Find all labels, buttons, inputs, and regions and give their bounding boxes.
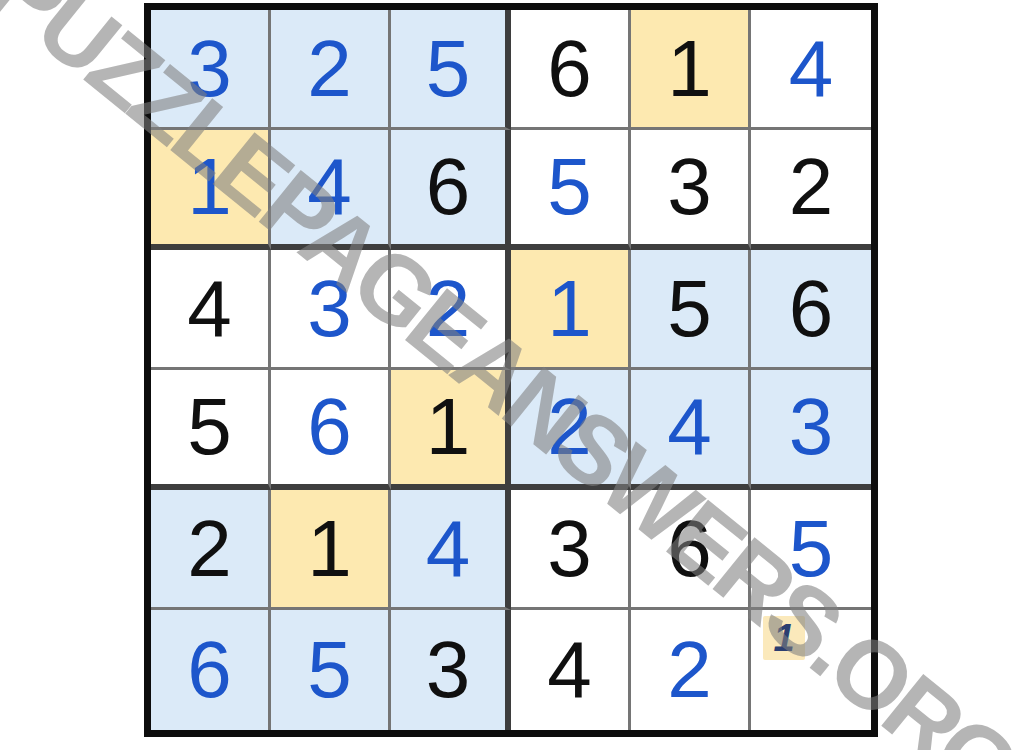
cell-digit: 6 — [426, 147, 471, 227]
cell-digit: 2 — [789, 147, 834, 227]
cell-digit: 5 — [307, 630, 352, 710]
cell-r2c3[interactable]: 6 — [391, 130, 511, 250]
cell-digit: 1 — [426, 387, 471, 467]
cell-digit: 1 — [547, 269, 592, 349]
cell-r4c3[interactable]: 1 — [391, 370, 511, 490]
cell-r3c4[interactable]: 1 — [511, 250, 631, 370]
cell-r6c5[interactable]: 2 — [631, 610, 751, 730]
pencil-mark: 1 — [763, 616, 805, 660]
cell-digit: 5 — [667, 269, 712, 349]
cell-digit: 5 — [187, 387, 232, 467]
cell-r1c4[interactable]: 6 — [511, 10, 631, 130]
cell-digit: 5 — [789, 509, 834, 589]
cell-r2c4[interactable]: 5 — [511, 130, 631, 250]
cell-digit: 2 — [547, 387, 592, 467]
cell-digit: 5 — [426, 29, 471, 109]
cell-r1c2[interactable]: 2 — [271, 10, 391, 130]
cell-r1c1[interactable]: 3 — [151, 10, 271, 130]
cell-digit: 3 — [789, 387, 834, 467]
cell-r3c3[interactable]: 2 — [391, 250, 511, 370]
cell-r2c1[interactable]: 1 — [151, 130, 271, 250]
cell-digit: 3 — [667, 147, 712, 227]
cell-r3c6[interactable]: 6 — [751, 250, 871, 370]
cell-digit: 6 — [187, 630, 232, 710]
cell-r4c6[interactable]: 3 — [751, 370, 871, 490]
cell-r5c6[interactable]: 5 — [751, 490, 871, 610]
cell-digit: 4 — [307, 147, 352, 227]
cell-digit: 6 — [547, 29, 592, 109]
cell-digit: 6 — [789, 269, 834, 349]
cell-r5c2[interactable]: 1 — [271, 490, 391, 610]
cell-digit: 4 — [547, 630, 592, 710]
cell-digit: 5 — [547, 147, 592, 227]
cell-digit: 2 — [187, 509, 232, 589]
cell-digit: 4 — [187, 269, 232, 349]
cell-r5c5[interactable]: 6 — [631, 490, 751, 610]
cell-digit: 3 — [547, 509, 592, 589]
cell-r6c1[interactable]: 6 — [151, 610, 271, 730]
cell-r2c6[interactable]: 2 — [751, 130, 871, 250]
cell-r4c2[interactable]: 6 — [271, 370, 391, 490]
cell-r1c6[interactable]: 4 — [751, 10, 871, 130]
cell-r6c2[interactable]: 5 — [271, 610, 391, 730]
cell-digit: 6 — [307, 387, 352, 467]
cell-r4c1[interactable]: 5 — [151, 370, 271, 490]
cell-digit: 3 — [426, 630, 471, 710]
cell-digit: 2 — [307, 29, 352, 109]
cell-r2c2[interactable]: 4 — [271, 130, 391, 250]
cell-r2c5[interactable]: 3 — [631, 130, 751, 250]
cell-digit: 4 — [667, 387, 712, 467]
cell-r4c4[interactable]: 2 — [511, 370, 631, 490]
cell-digit: 1 — [187, 147, 232, 227]
cell-r6c6[interactable]: 1 — [751, 610, 871, 730]
sudoku-board: 325614146532432156561243214365653421 — [144, 3, 878, 737]
cell-digit: 3 — [307, 269, 352, 349]
cell-r1c5[interactable]: 1 — [631, 10, 751, 130]
cell-digit: 3 — [187, 29, 232, 109]
cell-r3c5[interactable]: 5 — [631, 250, 751, 370]
cell-r5c4[interactable]: 3 — [511, 490, 631, 610]
cell-r3c2[interactable]: 3 — [271, 250, 391, 370]
cell-r6c4[interactable]: 4 — [511, 610, 631, 730]
cell-digit: 4 — [789, 29, 834, 109]
cell-digit: 4 — [426, 509, 471, 589]
cell-r5c3[interactable]: 4 — [391, 490, 511, 610]
cell-digit: 1 — [307, 509, 352, 589]
cell-digit: 2 — [667, 630, 712, 710]
cell-digit: 6 — [667, 509, 712, 589]
cell-r3c1[interactable]: 4 — [151, 250, 271, 370]
cell-digit: 1 — [667, 29, 712, 109]
cell-r5c1[interactable]: 2 — [151, 490, 271, 610]
cell-r4c5[interactable]: 4 — [631, 370, 751, 490]
cell-r1c3[interactable]: 5 — [391, 10, 511, 130]
cell-digit: 2 — [426, 269, 471, 349]
cell-r6c3[interactable]: 3 — [391, 610, 511, 730]
puzzle-page: 325614146532432156561243214365653421 PUZ… — [0, 0, 1024, 750]
